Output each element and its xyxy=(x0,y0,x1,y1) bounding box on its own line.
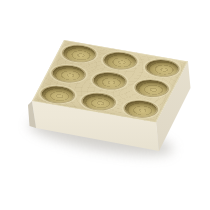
hole-r2c2[interactable] xyxy=(90,71,129,92)
hole-r2c1[interactable] xyxy=(49,64,88,85)
hole-r3c2[interactable] xyxy=(80,91,119,112)
hole-r1c3[interactable] xyxy=(142,58,181,79)
hole-r1c1[interactable] xyxy=(60,43,99,64)
hole-r1c2[interactable] xyxy=(101,51,140,72)
hole-r3c1[interactable] xyxy=(38,84,77,105)
hole-r3c3[interactable] xyxy=(121,98,160,119)
product-photo-scene xyxy=(0,0,210,210)
hole-r2c3[interactable] xyxy=(132,78,171,99)
